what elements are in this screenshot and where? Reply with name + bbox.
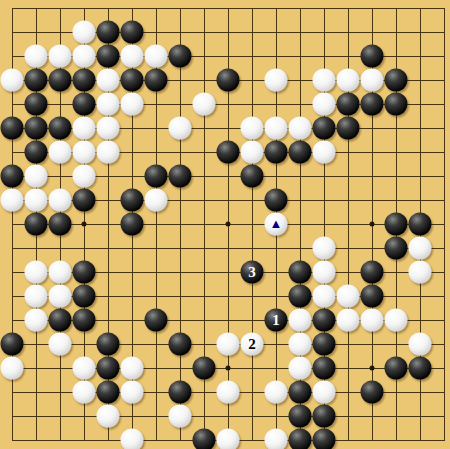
- white-stone: [337, 285, 360, 308]
- white-stone: [313, 381, 336, 404]
- grid-vline: [252, 8, 253, 441]
- white-stone: [49, 45, 72, 68]
- star-point: [226, 366, 231, 371]
- black-stone: [409, 357, 432, 380]
- white-stone: [289, 357, 312, 380]
- grid-hline: [12, 416, 445, 417]
- black-stone: [193, 357, 216, 380]
- white-stone: [337, 69, 360, 92]
- white-stone: [73, 117, 96, 140]
- star-point: [82, 222, 87, 227]
- white-stone: [313, 69, 336, 92]
- white-stone: [49, 141, 72, 164]
- white-stone: [265, 69, 288, 92]
- black-stone: [1, 165, 24, 188]
- black-stone: [385, 237, 408, 260]
- black-stone: [169, 45, 192, 68]
- black-stone: [361, 261, 384, 284]
- move-number-label: 3: [248, 265, 256, 280]
- black-stone: [25, 213, 48, 236]
- white-stone: [337, 309, 360, 332]
- white-stone: [97, 141, 120, 164]
- black-stone: [121, 69, 144, 92]
- white-stone: [409, 333, 432, 356]
- white-stone: [49, 285, 72, 308]
- white-stone: [73, 357, 96, 380]
- white-stone: [1, 69, 24, 92]
- white-stone: [361, 69, 384, 92]
- white-stone: [25, 189, 48, 212]
- black-stone: [25, 117, 48, 140]
- white-stone: [121, 45, 144, 68]
- white-stone: [409, 261, 432, 284]
- white-stone: [121, 357, 144, 380]
- black-stone: [265, 141, 288, 164]
- black-stone: [361, 381, 384, 404]
- black-stone: [49, 213, 72, 236]
- star-point: [370, 366, 375, 371]
- black-stone: [49, 69, 72, 92]
- white-stone: [145, 189, 168, 212]
- black-stone: 3: [241, 261, 264, 284]
- star-point: [370, 222, 375, 227]
- white-stone: [73, 45, 96, 68]
- white-stone: [25, 261, 48, 284]
- black-stone: [217, 69, 240, 92]
- white-stone: [73, 165, 96, 188]
- black-stone: 1: [265, 309, 288, 332]
- black-stone: [361, 93, 384, 116]
- black-stone: [289, 405, 312, 428]
- black-stone: [361, 285, 384, 308]
- black-stone: [289, 141, 312, 164]
- black-stone: [121, 21, 144, 44]
- black-stone: [289, 285, 312, 308]
- black-stone: [25, 69, 48, 92]
- black-stone: [97, 381, 120, 404]
- black-stone: [73, 69, 96, 92]
- white-stone: [241, 141, 264, 164]
- black-stone: [265, 189, 288, 212]
- black-stone: [145, 69, 168, 92]
- white-stone: [313, 93, 336, 116]
- white-stone: [289, 309, 312, 332]
- black-stone: [385, 357, 408, 380]
- black-stone: [289, 261, 312, 284]
- black-stone: [97, 21, 120, 44]
- black-stone: [1, 333, 24, 356]
- black-stone: [49, 309, 72, 332]
- triangle-marker: ▲: [270, 217, 283, 230]
- black-stone: [73, 189, 96, 212]
- white-stone: [217, 333, 240, 356]
- grid-hline: [12, 8, 445, 9]
- white-stone: 2: [241, 333, 264, 356]
- move-number-label: 1: [272, 313, 280, 328]
- white-stone: [145, 45, 168, 68]
- white-stone: [73, 141, 96, 164]
- black-stone: [97, 357, 120, 380]
- white-stone: [193, 93, 216, 116]
- black-stone: [313, 309, 336, 332]
- white-stone: [25, 165, 48, 188]
- grid-vline: [444, 8, 445, 441]
- black-stone: [169, 333, 192, 356]
- black-stone: [97, 45, 120, 68]
- white-stone: [1, 189, 24, 212]
- black-stone: [193, 429, 216, 449]
- white-stone: [313, 261, 336, 284]
- white-stone: [385, 309, 408, 332]
- grid-vline: [180, 8, 181, 441]
- white-stone: [121, 381, 144, 404]
- white-stone: [97, 69, 120, 92]
- white-stone: [313, 141, 336, 164]
- white-stone: [97, 117, 120, 140]
- white-stone: [265, 117, 288, 140]
- white-stone: [289, 333, 312, 356]
- white-stone: [361, 309, 384, 332]
- black-stone: [25, 141, 48, 164]
- black-stone: [313, 117, 336, 140]
- white-stone: [25, 45, 48, 68]
- black-stone: [313, 405, 336, 428]
- white-stone: [25, 285, 48, 308]
- grid-hline: [12, 248, 445, 249]
- go-board[interactable]: ▲312: [0, 0, 450, 449]
- white-stone: [49, 261, 72, 284]
- white-stone: [241, 117, 264, 140]
- white-stone: [313, 285, 336, 308]
- black-stone: [289, 381, 312, 404]
- black-stone: [313, 333, 336, 356]
- black-stone: [289, 429, 312, 449]
- white-stone: [49, 333, 72, 356]
- white-stone: [217, 429, 240, 449]
- white-stone: [121, 429, 144, 449]
- black-stone: [169, 381, 192, 404]
- black-stone: [169, 165, 192, 188]
- white-stone: [169, 405, 192, 428]
- black-stone: [145, 309, 168, 332]
- white-stone: [169, 117, 192, 140]
- star-point: [226, 222, 231, 227]
- black-stone: [97, 333, 120, 356]
- white-stone: [73, 21, 96, 44]
- black-stone: [121, 189, 144, 212]
- white-stone: [97, 405, 120, 428]
- white-stone: [49, 189, 72, 212]
- black-stone: [73, 285, 96, 308]
- white-stone: [217, 381, 240, 404]
- black-stone: [25, 93, 48, 116]
- black-stone: [49, 117, 72, 140]
- black-stone: [121, 213, 144, 236]
- black-stone: [337, 93, 360, 116]
- white-stone: [121, 93, 144, 116]
- black-stone: [73, 309, 96, 332]
- black-stone: [361, 45, 384, 68]
- black-stone: [73, 261, 96, 284]
- black-stone: [145, 165, 168, 188]
- black-stone: [385, 213, 408, 236]
- white-stone: [409, 237, 432, 260]
- black-stone: [241, 165, 264, 188]
- white-stone: [97, 93, 120, 116]
- white-stone: [25, 309, 48, 332]
- white-stone: [313, 237, 336, 260]
- white-stone: [73, 381, 96, 404]
- black-stone: [1, 117, 24, 140]
- white-stone: [265, 381, 288, 404]
- black-stone: [409, 213, 432, 236]
- white-stone: [289, 117, 312, 140]
- black-stone: [385, 69, 408, 92]
- black-stone: [73, 93, 96, 116]
- black-stone: [313, 357, 336, 380]
- white-stone: [1, 357, 24, 380]
- black-stone: [385, 93, 408, 116]
- move-number-label: 2: [248, 337, 256, 352]
- white-stone: [265, 429, 288, 449]
- black-stone: [313, 429, 336, 449]
- white-stone: ▲: [265, 213, 288, 236]
- black-stone: [217, 141, 240, 164]
- black-stone: [337, 117, 360, 140]
